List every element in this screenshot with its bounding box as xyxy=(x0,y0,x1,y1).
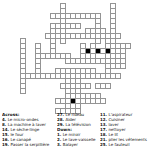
grid-cell[interactable] xyxy=(85,83,91,89)
grid-cell[interactable] xyxy=(75,23,81,29)
grid-cell[interactable] xyxy=(105,83,111,89)
clue-lists: Across:4. Le micro-ondes8. La machine à … xyxy=(0,112,150,150)
clue-item: 19. Passer la serpillière xyxy=(2,142,56,147)
grid-cell[interactable] xyxy=(100,98,106,104)
grid-cell[interactable] xyxy=(120,63,126,69)
clues-column-middle: 27. Le rideau28. Aider29. La télévisionD… xyxy=(57,112,99,147)
clue-text: Le fauteuil xyxy=(108,142,129,147)
crossword-board xyxy=(15,3,131,114)
grid-cell[interactable] xyxy=(60,38,66,44)
clues-column-right: 11. L'aspirateur12. Cuisiner13. laver17.… xyxy=(100,112,149,147)
clue-item: 25. Le fauteuil xyxy=(100,142,149,147)
clue-text: Balayer xyxy=(63,142,78,147)
clues-column-left: Across:4. Le micro-ondes8. La machine à … xyxy=(2,112,56,147)
clue-text: Passer la serpillière xyxy=(10,142,49,147)
grid-cell[interactable] xyxy=(20,88,26,94)
clue-item: 3. Balayer xyxy=(57,142,99,147)
grid-cell[interactable] xyxy=(115,73,121,79)
